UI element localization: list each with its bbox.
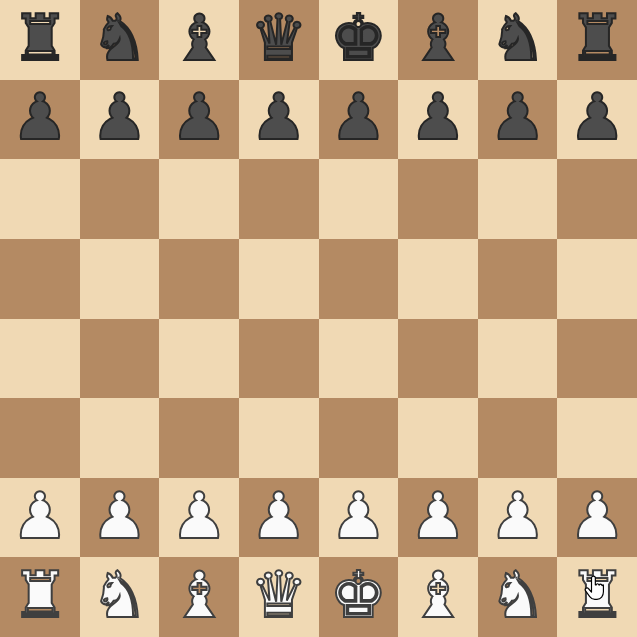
square-b7[interactable]: ♟ [80,80,160,160]
square-a6[interactable] [0,159,80,239]
square-c5[interactable] [159,239,239,319]
square-g6[interactable] [478,159,558,239]
square-a2[interactable]: ♟ [0,478,80,558]
black-bishop[interactable]: ♝ [170,6,227,70]
square-c7[interactable]: ♟ [159,80,239,160]
square-a5[interactable] [0,239,80,319]
black-pawn[interactable]: ♟ [409,85,466,149]
square-h3[interactable] [557,398,637,478]
square-g5[interactable] [478,239,558,319]
square-f3[interactable] [398,398,478,478]
white-knight[interactable]: ♞ [91,563,148,627]
square-c3[interactable] [159,398,239,478]
square-d6[interactable] [239,159,319,239]
square-c4[interactable] [159,319,239,399]
square-c1[interactable]: ♝ [159,557,239,637]
square-a1[interactable]: ♜ [0,557,80,637]
square-h4[interactable] [557,319,637,399]
white-knight[interactable]: ♞ [489,563,546,627]
square-d4[interactable] [239,319,319,399]
square-a8[interactable]: ♜ [0,0,80,80]
square-d7[interactable]: ♟ [239,80,319,160]
square-f1[interactable]: ♝ [398,557,478,637]
white-pawn[interactable]: ♟ [489,484,546,548]
square-d3[interactable] [239,398,319,478]
square-h8[interactable]: ♜ [557,0,637,80]
square-f8[interactable]: ♝ [398,0,478,80]
square-c8[interactable]: ♝ [159,0,239,80]
black-pawn[interactable]: ♟ [250,85,307,149]
black-king[interactable]: ♚ [330,6,387,70]
black-bishop[interactable]: ♝ [409,6,466,70]
square-b5[interactable] [80,239,160,319]
square-e2[interactable]: ♟ [319,478,399,558]
square-a4[interactable] [0,319,80,399]
black-pawn[interactable]: ♟ [91,85,148,149]
white-bishop[interactable]: ♝ [409,563,466,627]
white-pawn[interactable]: ♟ [330,484,387,548]
square-b8[interactable]: ♞ [80,0,160,80]
square-a3[interactable] [0,398,80,478]
black-knight[interactable]: ♞ [91,6,148,70]
square-f5[interactable] [398,239,478,319]
square-f6[interactable] [398,159,478,239]
white-king[interactable]: ♚ [330,563,387,627]
square-e6[interactable] [319,159,399,239]
white-pawn[interactable]: ♟ [11,484,68,548]
white-pawn[interactable]: ♟ [250,484,307,548]
black-rook[interactable]: ♜ [569,6,626,70]
square-h1[interactable]: ♜ [557,557,637,637]
chess-board: ♜♞♝♛♚♝♞♜♟♟♟♟♟♟♟♟♟♟♟♟♟♟♟♟♜♞♝♛♚♝♞♜ [0,0,637,637]
square-f7[interactable]: ♟ [398,80,478,160]
square-c2[interactable]: ♟ [159,478,239,558]
square-b6[interactable] [80,159,160,239]
square-e4[interactable] [319,319,399,399]
square-e7[interactable]: ♟ [319,80,399,160]
square-c6[interactable] [159,159,239,239]
square-g3[interactable] [478,398,558,478]
square-b4[interactable] [80,319,160,399]
square-g4[interactable] [478,319,558,399]
square-h2[interactable]: ♟ [557,478,637,558]
black-pawn[interactable]: ♟ [569,85,626,149]
square-d2[interactable]: ♟ [239,478,319,558]
black-pawn[interactable]: ♟ [11,85,68,149]
square-b1[interactable]: ♞ [80,557,160,637]
black-pawn[interactable]: ♟ [489,85,546,149]
black-knight[interactable]: ♞ [489,6,546,70]
black-rook[interactable]: ♜ [11,6,68,70]
square-h5[interactable] [557,239,637,319]
square-g7[interactable]: ♟ [478,80,558,160]
square-g1[interactable]: ♞ [478,557,558,637]
square-e3[interactable] [319,398,399,478]
chess-board-area: ♜♞♝♛♚♝♞♜♟♟♟♟♟♟♟♟♟♟♟♟♟♟♟♟♜♞♝♛♚♝♞♜ [0,0,637,637]
square-f4[interactable] [398,319,478,399]
square-e8[interactable]: ♚ [319,0,399,80]
black-pawn[interactable]: ♟ [330,85,387,149]
white-pawn[interactable]: ♟ [170,484,227,548]
white-rook[interactable]: ♜ [11,563,68,627]
square-d5[interactable] [239,239,319,319]
square-e5[interactable] [319,239,399,319]
square-h6[interactable] [557,159,637,239]
white-bishop[interactable]: ♝ [170,563,227,627]
square-h7[interactable]: ♟ [557,80,637,160]
square-a7[interactable]: ♟ [0,80,80,160]
square-g8[interactable]: ♞ [478,0,558,80]
square-b3[interactable] [80,398,160,478]
black-queen[interactable]: ♛ [250,6,307,70]
white-pawn[interactable]: ♟ [91,484,148,548]
square-b2[interactable]: ♟ [80,478,160,558]
square-f2[interactable]: ♟ [398,478,478,558]
square-d1[interactable]: ♛ [239,557,319,637]
white-rook[interactable]: ♜ [569,563,626,627]
black-pawn[interactable]: ♟ [170,85,227,149]
square-g2[interactable]: ♟ [478,478,558,558]
white-queen[interactable]: ♛ [250,563,307,627]
square-d8[interactable]: ♛ [239,0,319,80]
white-pawn[interactable]: ♟ [569,484,626,548]
white-pawn[interactable]: ♟ [409,484,466,548]
square-e1[interactable]: ♚ [319,557,399,637]
